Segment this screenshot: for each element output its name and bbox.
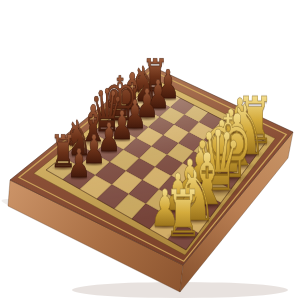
chess-set-product-photo: ♜♟♞♟♝♟♚♟♛♟♟♝♜♟♟♞♞♟♟♝♜♟♟♚♟♛♟♝♟♞♟♜: [0, 0, 300, 300]
board-sheen-overlay: [0, 0, 300, 300]
